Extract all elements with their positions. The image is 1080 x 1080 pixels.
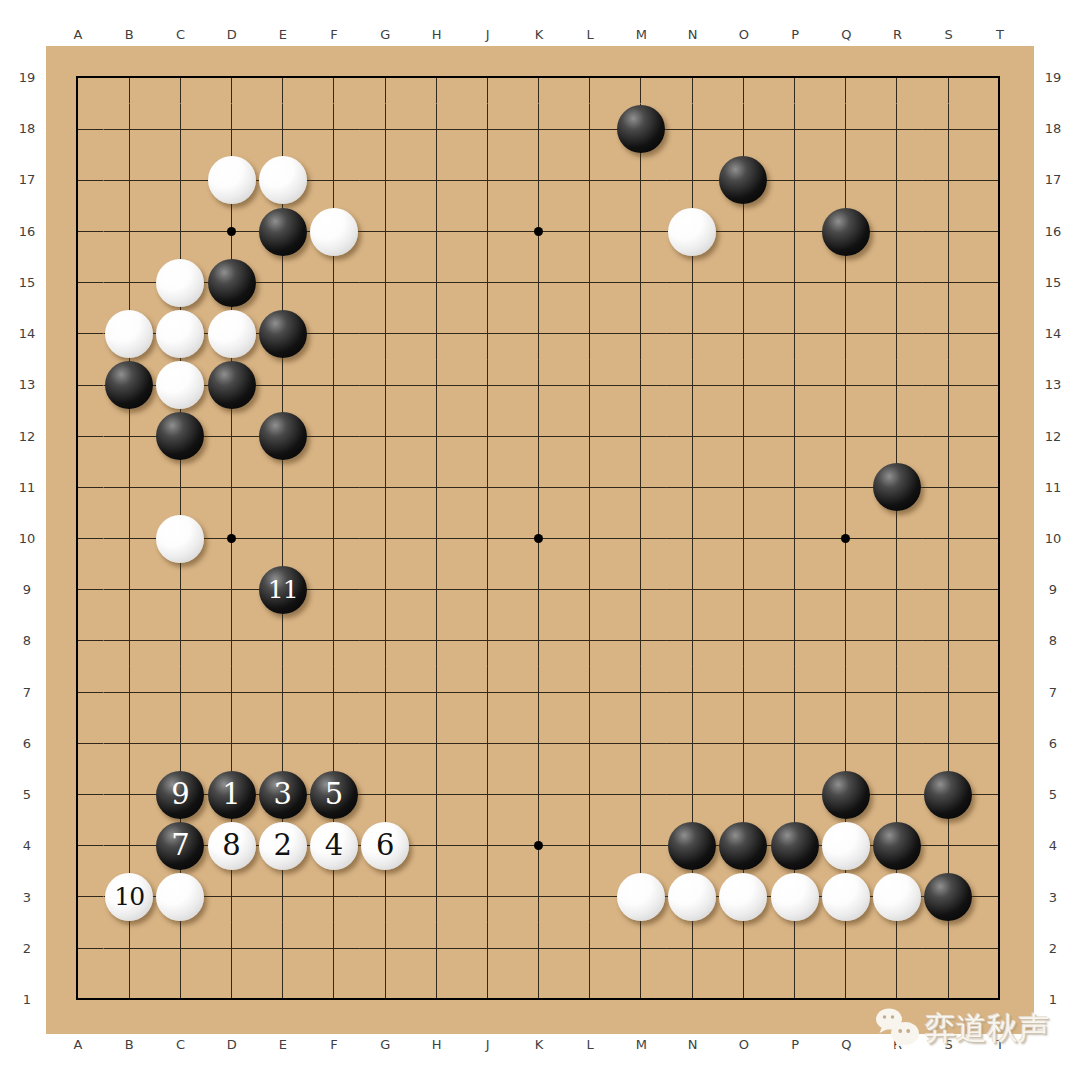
white-stone-E17 <box>259 156 307 204</box>
go-board-grid: 1191357824610 <box>52 52 1025 1025</box>
intersection-H14 <box>411 308 462 359</box>
row-label-right-5: 5 <box>1038 786 1068 804</box>
intersection-Q4 <box>820 820 871 871</box>
intersection-F1 <box>308 974 359 1025</box>
intersection-B3: 10 <box>104 871 155 922</box>
column-label-bottom-C: C <box>165 1036 195 1054</box>
move-number-label: 10 <box>114 884 144 909</box>
column-label-top-E: E <box>268 26 298 44</box>
intersection-A2 <box>52 923 103 974</box>
row-label-right-3: 3 <box>1038 889 1068 907</box>
intersection-F4: 4 <box>308 820 359 871</box>
intersection-Q5 <box>820 769 871 820</box>
column-label-bottom-F: F <box>319 1036 349 1054</box>
move-number-label: 4 <box>325 831 343 860</box>
intersection-N6 <box>667 718 718 769</box>
intersection-C16 <box>155 206 206 257</box>
intersection-C14 <box>155 308 206 359</box>
intersection-O4 <box>718 820 769 871</box>
intersection-S17 <box>923 155 974 206</box>
intersection-F6 <box>308 718 359 769</box>
intersection-M11 <box>615 462 666 513</box>
intersection-R14 <box>871 308 922 359</box>
intersection-Q15 <box>820 257 871 308</box>
column-label-top-A: A <box>63 26 93 44</box>
intersection-E11 <box>257 462 308 513</box>
intersection-O15 <box>718 257 769 308</box>
intersection-E3 <box>257 871 308 922</box>
intersection-T5 <box>974 769 1025 820</box>
move-number-label: 5 <box>325 780 343 809</box>
intersection-R10 <box>871 513 922 564</box>
intersection-D15 <box>206 257 257 308</box>
intersection-H9 <box>411 564 462 615</box>
intersection-F10 <box>308 513 359 564</box>
intersection-K16 <box>513 206 564 257</box>
intersection-N4 <box>667 820 718 871</box>
intersection-S10 <box>923 513 974 564</box>
intersection-Q12 <box>820 411 871 462</box>
intersection-T2 <box>974 923 1025 974</box>
intersection-R7 <box>871 667 922 718</box>
intersection-E17 <box>257 155 308 206</box>
intersection-L8 <box>564 615 615 666</box>
intersection-S2 <box>923 923 974 974</box>
intersection-Q13 <box>820 360 871 411</box>
intersection-M3 <box>615 871 666 922</box>
column-label-top-F: F <box>319 26 349 44</box>
black-stone-P4 <box>771 822 819 870</box>
intersection-K14 <box>513 308 564 359</box>
intersection-T7 <box>974 667 1025 718</box>
row-label-right-7: 7 <box>1038 684 1068 702</box>
intersection-O18 <box>718 104 769 155</box>
row-label-right-8: 8 <box>1038 632 1068 650</box>
intersection-H7 <box>411 667 462 718</box>
intersection-P18 <box>769 104 820 155</box>
row-label-right-9: 9 <box>1038 581 1068 599</box>
intersection-M17 <box>615 155 666 206</box>
column-label-top-H: H <box>422 26 452 44</box>
intersection-T18 <box>974 104 1025 155</box>
intersection-L16 <box>564 206 615 257</box>
intersection-M4 <box>615 820 666 871</box>
intersection-L5 <box>564 769 615 820</box>
intersection-M2 <box>615 923 666 974</box>
intersection-G11 <box>360 462 411 513</box>
intersection-F14 <box>308 308 359 359</box>
intersection-B6 <box>104 718 155 769</box>
intersection-R12 <box>871 411 922 462</box>
intersection-F16 <box>308 206 359 257</box>
intersection-K10 <box>513 513 564 564</box>
intersection-N16 <box>667 206 718 257</box>
intersection-C12 <box>155 411 206 462</box>
intersection-R16 <box>871 206 922 257</box>
intersection-O11 <box>718 462 769 513</box>
intersection-P16 <box>769 206 820 257</box>
intersection-A3 <box>52 871 103 922</box>
intersection-C2 <box>155 923 206 974</box>
intersection-D9 <box>206 564 257 615</box>
intersection-O1 <box>718 974 769 1025</box>
intersection-G9 <box>360 564 411 615</box>
row-label-left-14: 14 <box>12 325 42 343</box>
intersection-O3 <box>718 871 769 922</box>
white-stone-C3 <box>156 873 204 921</box>
intersection-F13 <box>308 360 359 411</box>
column-label-bottom-A: A <box>63 1036 93 1054</box>
row-label-left-4: 4 <box>12 837 42 855</box>
white-stone-C10 <box>156 515 204 563</box>
intersection-P13 <box>769 360 820 411</box>
intersection-O7 <box>718 667 769 718</box>
intersection-Q10 <box>820 513 871 564</box>
row-label-left-1: 1 <box>12 991 42 1009</box>
white-stone-N3 <box>668 873 716 921</box>
intersection-S18 <box>923 104 974 155</box>
column-label-top-O: O <box>729 26 759 44</box>
intersection-K5 <box>513 769 564 820</box>
intersection-A9 <box>52 564 103 615</box>
intersection-R18 <box>871 104 922 155</box>
intersection-C7 <box>155 667 206 718</box>
intersection-K7 <box>513 667 564 718</box>
move-number-label: 11 <box>268 577 298 602</box>
intersection-D17 <box>206 155 257 206</box>
intersection-R2 <box>871 923 922 974</box>
intersection-T13 <box>974 360 1025 411</box>
intersection-T17 <box>974 155 1025 206</box>
intersection-B9 <box>104 564 155 615</box>
intersection-Q9 <box>820 564 871 615</box>
intersection-N11 <box>667 462 718 513</box>
intersection-F18 <box>308 104 359 155</box>
intersection-S19 <box>923 52 974 103</box>
intersection-D8 <box>206 615 257 666</box>
intersection-L19 <box>564 52 615 103</box>
intersection-G4: 6 <box>360 820 411 871</box>
intersection-H15 <box>411 257 462 308</box>
intersection-G12 <box>360 411 411 462</box>
white-stone-D4: 8 <box>208 822 256 870</box>
row-label-left-9: 9 <box>12 581 42 599</box>
intersection-Q7 <box>820 667 871 718</box>
intersection-B1 <box>104 974 155 1025</box>
intersection-H13 <box>411 360 462 411</box>
black-stone-E16 <box>259 208 307 256</box>
intersection-F9 <box>308 564 359 615</box>
row-label-right-19: 19 <box>1038 69 1068 87</box>
intersection-B12 <box>104 411 155 462</box>
intersection-O14 <box>718 308 769 359</box>
intersection-M18 <box>615 104 666 155</box>
intersection-Q8 <box>820 615 871 666</box>
intersection-G19 <box>360 52 411 103</box>
row-label-left-13: 13 <box>12 376 42 394</box>
intersection-O9 <box>718 564 769 615</box>
column-label-bottom-E: E <box>268 1036 298 1054</box>
intersection-P10 <box>769 513 820 564</box>
intersection-F19 <box>308 52 359 103</box>
column-label-top-Q: Q <box>831 26 861 44</box>
column-label-bottom-L: L <box>575 1036 605 1054</box>
intersection-S4 <box>923 820 974 871</box>
intersection-J14 <box>462 308 513 359</box>
intersection-P1 <box>769 974 820 1025</box>
intersection-K4 <box>513 820 564 871</box>
white-stone-D14 <box>208 310 256 358</box>
intersection-E13 <box>257 360 308 411</box>
intersection-L15 <box>564 257 615 308</box>
black-stone-F5: 5 <box>310 771 358 819</box>
intersection-C10 <box>155 513 206 564</box>
intersection-A1 <box>52 974 103 1025</box>
intersection-T14 <box>974 308 1025 359</box>
intersection-R6 <box>871 718 922 769</box>
intersection-F7 <box>308 667 359 718</box>
intersection-L4 <box>564 820 615 871</box>
intersection-R9 <box>871 564 922 615</box>
intersection-L10 <box>564 513 615 564</box>
intersection-M1 <box>615 974 666 1025</box>
intersection-J1 <box>462 974 513 1025</box>
black-stone-C4: 7 <box>156 822 204 870</box>
intersection-O8 <box>718 615 769 666</box>
intersection-L7 <box>564 667 615 718</box>
row-label-left-6: 6 <box>12 735 42 753</box>
intersection-N2 <box>667 923 718 974</box>
intersection-Q1 <box>820 974 871 1025</box>
row-label-right-11: 11 <box>1038 479 1068 497</box>
intersection-B2 <box>104 923 155 974</box>
intersection-C9 <box>155 564 206 615</box>
intersection-C17 <box>155 155 206 206</box>
intersection-A18 <box>52 104 103 155</box>
intersection-N18 <box>667 104 718 155</box>
black-stone-B13 <box>105 361 153 409</box>
white-stone-D17 <box>208 156 256 204</box>
intersection-R15 <box>871 257 922 308</box>
intersection-J12 <box>462 411 513 462</box>
black-stone-O17 <box>719 156 767 204</box>
intersection-B14 <box>104 308 155 359</box>
intersection-D19 <box>206 52 257 103</box>
column-label-bottom-O: O <box>729 1036 759 1054</box>
intersection-L11 <box>564 462 615 513</box>
white-stone-M3 <box>617 873 665 921</box>
intersection-A13 <box>52 360 103 411</box>
white-stone-C15 <box>156 259 204 307</box>
intersection-N8 <box>667 615 718 666</box>
black-stone-S5 <box>924 771 972 819</box>
intersection-E1 <box>257 974 308 1025</box>
intersection-K6 <box>513 718 564 769</box>
intersection-M13 <box>615 360 666 411</box>
intersection-S8 <box>923 615 974 666</box>
white-stone-N16 <box>668 208 716 256</box>
intersection-K2 <box>513 923 564 974</box>
row-label-left-7: 7 <box>12 684 42 702</box>
intersection-T10 <box>974 513 1025 564</box>
intersection-T9 <box>974 564 1025 615</box>
intersection-T11 <box>974 462 1025 513</box>
intersection-C8 <box>155 615 206 666</box>
intersection-J15 <box>462 257 513 308</box>
move-number-label: 9 <box>171 780 189 809</box>
row-label-right-15: 15 <box>1038 274 1068 292</box>
column-label-bottom-N: N <box>678 1036 708 1054</box>
black-stone-C12 <box>156 412 204 460</box>
column-label-top-K: K <box>524 26 554 44</box>
star-point-Q10 <box>841 534 850 543</box>
intersection-P12 <box>769 411 820 462</box>
white-stone-B3: 10 <box>105 873 153 921</box>
intersection-Q19 <box>820 52 871 103</box>
intersection-H4 <box>411 820 462 871</box>
intersection-P14 <box>769 308 820 359</box>
intersection-H11 <box>411 462 462 513</box>
black-stone-R4 <box>873 822 921 870</box>
move-number-label: 6 <box>376 831 394 860</box>
column-label-top-G: G <box>370 26 400 44</box>
white-stone-Q3 <box>822 873 870 921</box>
intersection-Q11 <box>820 462 871 513</box>
row-label-right-12: 12 <box>1038 428 1068 446</box>
intersection-M14 <box>615 308 666 359</box>
intersection-J18 <box>462 104 513 155</box>
intersection-C5: 9 <box>155 769 206 820</box>
column-label-bottom-G: G <box>370 1036 400 1054</box>
intersection-E4: 2 <box>257 820 308 871</box>
white-stone-G4: 6 <box>361 822 409 870</box>
intersection-M9 <box>615 564 666 615</box>
star-point-K10 <box>534 534 543 543</box>
intersection-L12 <box>564 411 615 462</box>
intersection-F15 <box>308 257 359 308</box>
intersection-E6 <box>257 718 308 769</box>
intersection-B11 <box>104 462 155 513</box>
intersection-S7 <box>923 667 974 718</box>
intersection-N7 <box>667 667 718 718</box>
intersection-L1 <box>564 974 615 1025</box>
row-label-left-12: 12 <box>12 428 42 446</box>
intersection-D6 <box>206 718 257 769</box>
black-stone-D15 <box>208 259 256 307</box>
black-stone-E14 <box>259 310 307 358</box>
intersection-K1 <box>513 974 564 1025</box>
star-point-K4 <box>534 841 543 850</box>
intersection-F5: 5 <box>308 769 359 820</box>
intersection-Q16 <box>820 206 871 257</box>
intersection-N5 <box>667 769 718 820</box>
intersection-S11 <box>923 462 974 513</box>
intersection-C11 <box>155 462 206 513</box>
black-stone-D5: 1 <box>208 771 256 819</box>
row-label-right-17: 17 <box>1038 171 1068 189</box>
intersection-B7 <box>104 667 155 718</box>
intersection-H3 <box>411 871 462 922</box>
intersection-R5 <box>871 769 922 820</box>
black-stone-Q16 <box>822 208 870 256</box>
intersection-P11 <box>769 462 820 513</box>
intersection-O17 <box>718 155 769 206</box>
white-stone-P3 <box>771 873 819 921</box>
intersection-P4 <box>769 820 820 871</box>
intersection-C6 <box>155 718 206 769</box>
intersection-G8 <box>360 615 411 666</box>
intersection-A19 <box>52 52 103 103</box>
column-label-top-N: N <box>678 26 708 44</box>
intersection-K17 <box>513 155 564 206</box>
intersection-M6 <box>615 718 666 769</box>
black-stone-E9: 11 <box>259 566 307 614</box>
intersection-K8 <box>513 615 564 666</box>
black-stone-N4 <box>668 822 716 870</box>
intersection-M7 <box>615 667 666 718</box>
intersection-K19 <box>513 52 564 103</box>
intersection-D11 <box>206 462 257 513</box>
column-label-bottom-J: J <box>473 1036 503 1054</box>
intersection-P9 <box>769 564 820 615</box>
intersection-G18 <box>360 104 411 155</box>
intersection-O10 <box>718 513 769 564</box>
intersection-Q2 <box>820 923 871 974</box>
wechat-icon <box>874 1006 922 1050</box>
column-label-bottom-Q: Q <box>831 1036 861 1054</box>
intersection-H2 <box>411 923 462 974</box>
intersection-F8 <box>308 615 359 666</box>
white-stone-F16 <box>310 208 358 256</box>
intersection-E14 <box>257 308 308 359</box>
intersection-H19 <box>411 52 462 103</box>
intersection-E5: 3 <box>257 769 308 820</box>
go-board: 1191357824610 <box>46 46 1034 1034</box>
star-point-K16 <box>534 227 543 236</box>
intersection-H12 <box>411 411 462 462</box>
intersection-H17 <box>411 155 462 206</box>
row-label-left-10: 10 <box>12 530 42 548</box>
star-point-D16 <box>227 227 236 236</box>
intersection-J2 <box>462 923 513 974</box>
intersection-O6 <box>718 718 769 769</box>
intersection-P5 <box>769 769 820 820</box>
column-label-bottom-K: K <box>524 1036 554 1054</box>
intersection-G2 <box>360 923 411 974</box>
intersection-P15 <box>769 257 820 308</box>
row-label-left-19: 19 <box>12 69 42 87</box>
black-stone-R11 <box>873 463 921 511</box>
intersection-K15 <box>513 257 564 308</box>
intersection-J6 <box>462 718 513 769</box>
intersection-N17 <box>667 155 718 206</box>
intersection-Q14 <box>820 308 871 359</box>
intersection-T4 <box>974 820 1025 871</box>
intersection-R11 <box>871 462 922 513</box>
intersection-S6 <box>923 718 974 769</box>
intersection-C3 <box>155 871 206 922</box>
intersection-Q17 <box>820 155 871 206</box>
column-label-bottom-D: D <box>217 1036 247 1054</box>
intersection-R13 <box>871 360 922 411</box>
intersection-D2 <box>206 923 257 974</box>
intersection-A5 <box>52 769 103 820</box>
intersection-G1 <box>360 974 411 1025</box>
intersection-B8 <box>104 615 155 666</box>
intersection-P2 <box>769 923 820 974</box>
black-stone-E12 <box>259 412 307 460</box>
intersection-H1 <box>411 974 462 1025</box>
